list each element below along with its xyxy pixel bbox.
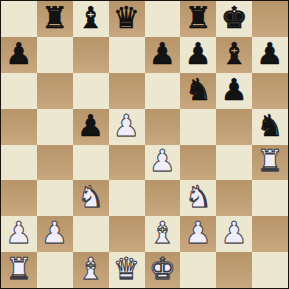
square-g6[interactable]: ♟ bbox=[216, 73, 252, 109]
square-f5[interactable] bbox=[180, 109, 216, 145]
piece-black-pawn-h7[interactable]: ♟ bbox=[257, 39, 284, 71]
square-d7[interactable] bbox=[109, 37, 145, 73]
square-b1[interactable] bbox=[37, 252, 73, 288]
square-e3[interactable] bbox=[145, 180, 181, 216]
piece-white-queen-d1[interactable]: ♛ bbox=[113, 254, 140, 286]
piece-black-pawn-f7[interactable]: ♟ bbox=[185, 39, 212, 71]
square-e6[interactable] bbox=[145, 73, 181, 109]
piece-black-pawn-c5[interactable]: ♟ bbox=[77, 111, 104, 143]
piece-black-knight-h5[interactable]: ♞ bbox=[257, 111, 284, 143]
chess-board: ♜♝♛♜♚♟♟♟♝♟♞♟♟♟♞♟♜♞♞♟♟♝♟♟♜♝♛♚ bbox=[0, 0, 289, 289]
piece-white-pawn-g2[interactable]: ♟ bbox=[221, 218, 248, 250]
square-c3[interactable]: ♞ bbox=[73, 180, 109, 216]
piece-white-pawn-b2[interactable]: ♟ bbox=[41, 218, 68, 250]
piece-black-rook-f8[interactable]: ♜ bbox=[185, 3, 212, 35]
square-h5[interactable]: ♞ bbox=[252, 109, 288, 145]
piece-white-pawn-d5[interactable]: ♟ bbox=[113, 111, 140, 143]
square-e4[interactable]: ♟ bbox=[145, 145, 181, 181]
square-h3[interactable] bbox=[252, 180, 288, 216]
piece-black-bishop-c8[interactable]: ♝ bbox=[77, 3, 104, 35]
square-g2[interactable]: ♟ bbox=[216, 216, 252, 252]
piece-black-pawn-a7[interactable]: ♟ bbox=[5, 39, 32, 71]
square-c1[interactable]: ♝ bbox=[73, 252, 109, 288]
square-a2[interactable]: ♟ bbox=[1, 216, 37, 252]
square-d5[interactable]: ♟ bbox=[109, 109, 145, 145]
piece-white-knight-f3[interactable]: ♞ bbox=[185, 182, 212, 214]
square-b2[interactable]: ♟ bbox=[37, 216, 73, 252]
piece-white-rook-a1[interactable]: ♜ bbox=[5, 254, 32, 286]
square-a8[interactable] bbox=[1, 1, 37, 37]
square-g4[interactable] bbox=[216, 145, 252, 181]
square-h4[interactable]: ♜ bbox=[252, 145, 288, 181]
square-a6[interactable] bbox=[1, 73, 37, 109]
square-b6[interactable] bbox=[37, 73, 73, 109]
square-a4[interactable] bbox=[1, 145, 37, 181]
square-d2[interactable] bbox=[109, 216, 145, 252]
square-b8[interactable]: ♜ bbox=[37, 1, 73, 37]
square-e5[interactable] bbox=[145, 109, 181, 145]
square-a5[interactable] bbox=[1, 109, 37, 145]
square-b4[interactable] bbox=[37, 145, 73, 181]
piece-black-queen-d8[interactable]: ♛ bbox=[113, 3, 140, 35]
square-d1[interactable]: ♛ bbox=[109, 252, 145, 288]
square-b3[interactable] bbox=[37, 180, 73, 216]
square-f1[interactable] bbox=[180, 252, 216, 288]
square-g5[interactable] bbox=[216, 109, 252, 145]
square-c2[interactable] bbox=[73, 216, 109, 252]
square-d6[interactable] bbox=[109, 73, 145, 109]
piece-white-king-e1[interactable]: ♚ bbox=[149, 254, 176, 286]
square-a3[interactable] bbox=[1, 180, 37, 216]
square-e8[interactable] bbox=[145, 1, 181, 37]
square-c4[interactable] bbox=[73, 145, 109, 181]
square-c6[interactable] bbox=[73, 73, 109, 109]
square-d8[interactable]: ♛ bbox=[109, 1, 145, 37]
piece-black-pawn-e7[interactable]: ♟ bbox=[149, 39, 176, 71]
square-h8[interactable] bbox=[252, 1, 288, 37]
piece-white-bishop-c1[interactable]: ♝ bbox=[77, 254, 104, 286]
square-d4[interactable] bbox=[109, 145, 145, 181]
square-a1[interactable]: ♜ bbox=[1, 252, 37, 288]
square-f6[interactable]: ♞ bbox=[180, 73, 216, 109]
square-e2[interactable]: ♝ bbox=[145, 216, 181, 252]
square-h7[interactable]: ♟ bbox=[252, 37, 288, 73]
piece-black-rook-b8[interactable]: ♜ bbox=[41, 3, 68, 35]
square-c7[interactable] bbox=[73, 37, 109, 73]
piece-white-pawn-a2[interactable]: ♟ bbox=[5, 218, 32, 250]
piece-black-pawn-g6[interactable]: ♟ bbox=[221, 75, 248, 107]
square-g1[interactable] bbox=[216, 252, 252, 288]
square-f2[interactable]: ♟ bbox=[180, 216, 216, 252]
square-f3[interactable]: ♞ bbox=[180, 180, 216, 216]
square-g3[interactable] bbox=[216, 180, 252, 216]
square-b5[interactable] bbox=[37, 109, 73, 145]
square-e1[interactable]: ♚ bbox=[145, 252, 181, 288]
square-b7[interactable] bbox=[37, 37, 73, 73]
piece-white-rook-h4[interactable]: ♜ bbox=[257, 146, 284, 178]
square-h1[interactable] bbox=[252, 252, 288, 288]
square-f7[interactable]: ♟ bbox=[180, 37, 216, 73]
square-g7[interactable]: ♝ bbox=[216, 37, 252, 73]
square-e7[interactable]: ♟ bbox=[145, 37, 181, 73]
piece-black-knight-f6[interactable]: ♞ bbox=[185, 75, 212, 107]
square-c5[interactable]: ♟ bbox=[73, 109, 109, 145]
square-f8[interactable]: ♜ bbox=[180, 1, 216, 37]
square-a7[interactable]: ♟ bbox=[1, 37, 37, 73]
square-h2[interactable] bbox=[252, 216, 288, 252]
piece-black-bishop-g7[interactable]: ♝ bbox=[221, 39, 248, 71]
square-f4[interactable] bbox=[180, 145, 216, 181]
square-h6[interactable] bbox=[252, 73, 288, 109]
square-d3[interactable] bbox=[109, 180, 145, 216]
piece-white-bishop-e2[interactable]: ♝ bbox=[149, 218, 176, 250]
square-c8[interactable]: ♝ bbox=[73, 1, 109, 37]
piece-white-knight-c3[interactable]: ♞ bbox=[77, 182, 104, 214]
piece-white-pawn-e4[interactable]: ♟ bbox=[149, 146, 176, 178]
piece-white-pawn-f2[interactable]: ♟ bbox=[185, 218, 212, 250]
square-g8[interactable]: ♚ bbox=[216, 1, 252, 37]
piece-black-king-g8[interactable]: ♚ bbox=[221, 3, 248, 35]
